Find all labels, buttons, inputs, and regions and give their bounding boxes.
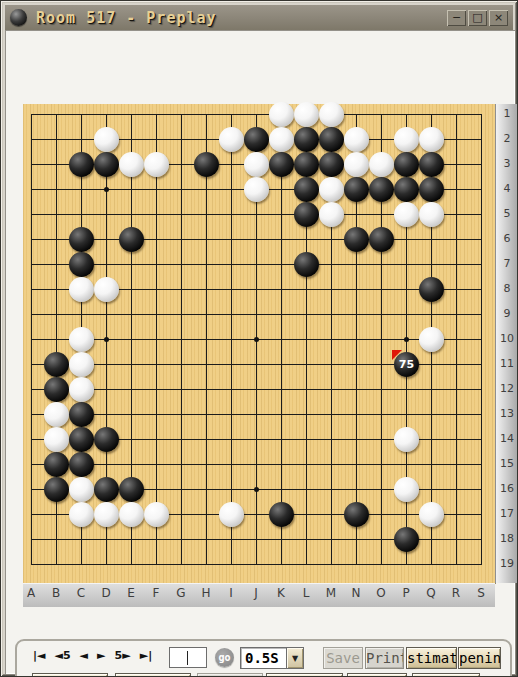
column-label: E [119, 586, 143, 600]
black-stone [44, 352, 69, 377]
white-stone [219, 502, 244, 527]
column-label: M [319, 586, 343, 600]
row-label: 15 [496, 457, 518, 470]
save-button[interactable]: Save [323, 647, 363, 669]
black-stone [344, 502, 369, 527]
black-stone [319, 152, 344, 177]
go-stone-app-icon [10, 9, 27, 26]
speed-dropdown[interactable]: 0.5S ▼ [240, 647, 304, 669]
window-title: Room 517 - Preplay [36, 9, 217, 27]
black-stone [44, 377, 69, 402]
white-stone [394, 127, 419, 152]
white-stone [319, 102, 344, 127]
row-label: 8 [496, 282, 518, 295]
quit-button[interactable]: Quit [412, 673, 480, 677]
white-stone [69, 377, 94, 402]
black-stone [69, 227, 94, 252]
grid-line [31, 414, 482, 415]
white-stone [44, 427, 69, 452]
white-stone [94, 277, 119, 302]
replay-navigation: |◄◄5◄►5►►| [33, 649, 152, 662]
row-label: 5 [496, 207, 518, 220]
opening-button[interactable]: penin [458, 647, 501, 669]
moves-button[interactable]: Moves [347, 673, 407, 677]
black-stone [244, 127, 269, 152]
move-number-label: 75 [394, 352, 419, 377]
column-label: S [469, 586, 493, 600]
column-label: C [69, 586, 93, 600]
preplay-button[interactable]: Preplay [115, 673, 191, 677]
row-label: 2 [496, 132, 518, 145]
black-stone [69, 252, 94, 277]
black-stone [69, 402, 94, 427]
grid-line [281, 114, 282, 565]
row-label: 18 [496, 532, 518, 545]
column-label: J [244, 586, 268, 600]
go-button[interactable]: go [215, 648, 234, 667]
white-stone [344, 152, 369, 177]
column-label: G [169, 586, 193, 600]
black-stone [369, 227, 394, 252]
grid-line [31, 389, 482, 390]
white-stone [94, 502, 119, 527]
row-label: 3 [496, 157, 518, 170]
black-stone [294, 152, 319, 177]
white-stone [119, 152, 144, 177]
row-label: 16 [496, 482, 518, 495]
white-stone [69, 277, 94, 302]
row-label: 19 [496, 557, 518, 570]
move-number-input[interactable] [169, 647, 207, 668]
white-stone [144, 502, 169, 527]
black-stone [394, 152, 419, 177]
row-label: 1 [496, 107, 518, 120]
white-stone [419, 327, 444, 352]
column-label: B [44, 586, 68, 600]
column-label: H [194, 586, 218, 600]
row-label: 6 [496, 232, 518, 245]
black-stone [294, 202, 319, 227]
column-label: Q [419, 586, 443, 600]
white-stone [119, 502, 144, 527]
white-stone [44, 402, 69, 427]
black-stone [269, 152, 294, 177]
black-stone [319, 127, 344, 152]
star-point [104, 187, 109, 192]
black-stone [94, 152, 119, 177]
column-label: A [19, 586, 43, 600]
black-stone [369, 177, 394, 202]
white-stone [69, 477, 94, 502]
window-content: 75 ABCDEFGHIJKLMNOPQRS 12345678910111213… [5, 30, 515, 674]
white-stone [244, 152, 269, 177]
row-label: 11 [496, 357, 518, 370]
column-label: P [394, 586, 418, 600]
black-stone [294, 252, 319, 277]
back-5-button[interactable]: ◄5 [54, 649, 70, 662]
column-label: R [444, 586, 468, 600]
replay-button[interactable]: Re-play [197, 673, 263, 677]
control-panel: |◄◄5◄►5►►| go 0.5S ▼ Save Print stimat p… [15, 639, 512, 677]
black-stone [94, 427, 119, 452]
white-stone [294, 102, 319, 127]
black-stone [269, 502, 294, 527]
black-stone [344, 177, 369, 202]
grid-line [31, 564, 482, 565]
back-1-button[interactable]: ◄ [80, 649, 88, 662]
chevron-down-icon[interactable]: ▼ [286, 648, 303, 668]
refresh-button[interactable]: Refresh [32, 673, 108, 677]
white-stone [419, 502, 444, 527]
black-stone [94, 477, 119, 502]
maximize-button[interactable]: □ [468, 10, 487, 26]
white-stone [344, 127, 369, 152]
black-stone [344, 227, 369, 252]
text-cursor [187, 651, 188, 665]
star-point [404, 337, 409, 342]
automatic-button[interactable]: Automatic [266, 673, 343, 677]
white-stone [369, 152, 394, 177]
white-stone [69, 502, 94, 527]
row-label: 10 [496, 332, 518, 345]
white-stone [319, 202, 344, 227]
black-stone [419, 277, 444, 302]
column-label: I [219, 586, 243, 600]
column-label: K [269, 586, 293, 600]
black-stone [69, 152, 94, 177]
window-controls: ─ □ × [447, 10, 508, 26]
row-label: 14 [496, 432, 518, 445]
black-stone [419, 177, 444, 202]
white-stone [69, 327, 94, 352]
white-stone [394, 202, 419, 227]
white-stone [419, 202, 444, 227]
forward-5-button[interactable]: 5► [115, 649, 131, 662]
grid-line [31, 464, 482, 465]
minimize-button[interactable]: ─ [447, 10, 466, 26]
estimate-button[interactable]: stimat [406, 647, 457, 669]
star-point [254, 487, 259, 492]
black-stone [119, 227, 144, 252]
black-stone [69, 427, 94, 452]
column-labels: ABCDEFGHIJKLMNOPQRS [23, 583, 495, 607]
white-stone [69, 352, 94, 377]
go-board-grid[interactable]: 75 [23, 104, 495, 583]
column-label: D [94, 586, 118, 600]
white-stone [269, 127, 294, 152]
jump-to-start-button[interactable]: |◄ [33, 649, 45, 662]
close-button[interactable]: × [489, 10, 508, 26]
grid-line [481, 114, 482, 565]
black-stone [194, 152, 219, 177]
white-stone [244, 177, 269, 202]
white-stone [419, 127, 444, 152]
row-label: 17 [496, 507, 518, 520]
black-stone [294, 127, 319, 152]
white-stone [394, 427, 419, 452]
column-label: O [369, 586, 393, 600]
row-label: 9 [496, 307, 518, 320]
black-stone [44, 452, 69, 477]
jump-to-end-button[interactable]: ►| [140, 649, 152, 662]
white-stone [94, 127, 119, 152]
white-stone [319, 177, 344, 202]
app-window: Room 517 - Preplay ─ □ × 75 ABCDEFGHIJKL… [0, 0, 518, 677]
white-stone [144, 152, 169, 177]
black-stone [394, 527, 419, 552]
black-stone: 75 [394, 352, 419, 377]
black-stone [44, 477, 69, 502]
white-stone [219, 127, 244, 152]
row-label: 7 [496, 257, 518, 270]
row-labels: 12345678910111213141516171819 [495, 104, 517, 583]
row-label: 13 [496, 407, 518, 420]
black-stone [294, 177, 319, 202]
title-bar[interactable]: Room 517 - Preplay ─ □ × [5, 5, 513, 30]
star-point [254, 337, 259, 342]
print-button[interactable]: Print [365, 647, 404, 669]
row-label: 12 [496, 382, 518, 395]
white-stone [394, 477, 419, 502]
column-label: N [344, 586, 368, 600]
black-stone [119, 477, 144, 502]
row-label: 4 [496, 182, 518, 195]
column-label: F [144, 586, 168, 600]
forward-1-button[interactable]: ► [97, 649, 105, 662]
black-stone [394, 177, 419, 202]
black-stone [69, 452, 94, 477]
column-label: L [294, 586, 318, 600]
grid-line [456, 114, 457, 565]
white-stone [269, 102, 294, 127]
black-stone [419, 152, 444, 177]
speed-value: 0.5S [241, 648, 286, 668]
star-point [104, 337, 109, 342]
